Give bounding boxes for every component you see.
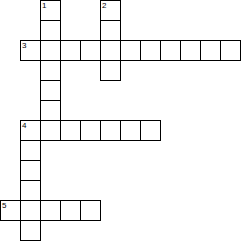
- crossword-cell[interactable]: [80, 120, 101, 141]
- crossword-cell[interactable]: [160, 40, 181, 61]
- crossword-cell[interactable]: [120, 40, 141, 61]
- crossword-cell[interactable]: [20, 40, 41, 61]
- crossword-cell[interactable]: [40, 120, 61, 141]
- crossword-cell[interactable]: [100, 20, 121, 41]
- crossword-cell[interactable]: [200, 40, 221, 61]
- crossword-cell[interactable]: [60, 200, 81, 221]
- crossword-cell[interactable]: [40, 40, 61, 61]
- crossword-cell[interactable]: [40, 100, 61, 121]
- crossword-cell[interactable]: [140, 40, 161, 61]
- crossword-cell[interactable]: [180, 40, 201, 61]
- crossword-cell[interactable]: [40, 80, 61, 101]
- crossword-cell[interactable]: [20, 140, 41, 161]
- crossword-cell[interactable]: [120, 120, 141, 141]
- crossword-cell[interactable]: [20, 120, 41, 141]
- crossword-cell[interactable]: [40, 20, 61, 41]
- crossword-cell[interactable]: [140, 120, 161, 141]
- crossword-cell[interactable]: [60, 120, 81, 141]
- crossword-cell[interactable]: [20, 180, 41, 201]
- crossword-cell[interactable]: [40, 200, 61, 221]
- crossword-cell[interactable]: [80, 40, 101, 61]
- crossword-cell[interactable]: [100, 60, 121, 81]
- crossword-cell[interactable]: [100, 120, 121, 141]
- crossword-cell[interactable]: [80, 200, 101, 221]
- crossword-cell[interactable]: [0, 200, 21, 221]
- crossword-grid: 12345: [0, 0, 241, 241]
- crossword-cell[interactable]: [40, 0, 61, 21]
- crossword-cell[interactable]: [40, 60, 61, 81]
- crossword-cell[interactable]: [20, 160, 41, 181]
- crossword-cell[interactable]: [20, 200, 41, 221]
- crossword-cell[interactable]: [20, 220, 41, 241]
- crossword-cell[interactable]: [100, 0, 121, 21]
- crossword-cell[interactable]: [100, 40, 121, 61]
- crossword-cell[interactable]: [220, 40, 241, 61]
- crossword-cell[interactable]: [60, 40, 81, 61]
